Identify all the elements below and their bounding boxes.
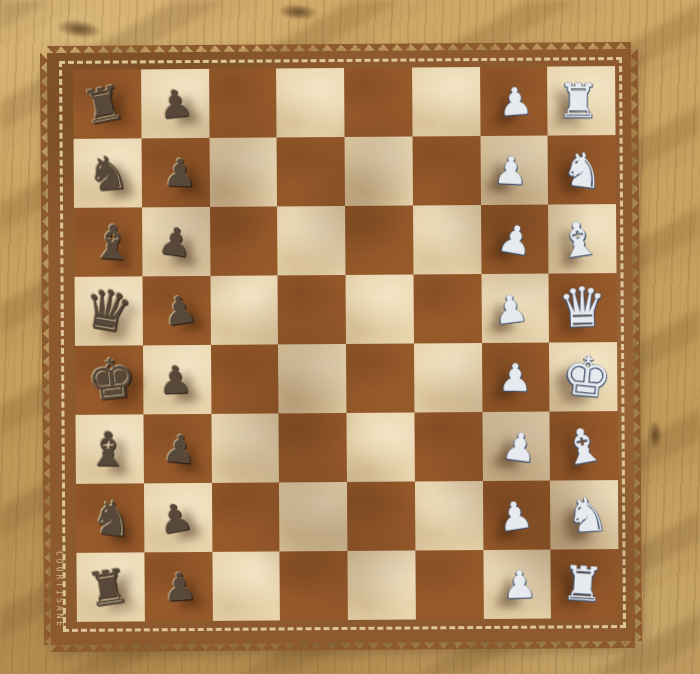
square-r8c5[interactable] bbox=[347, 550, 415, 619]
piece-bK[interactable]: ♚ bbox=[85, 350, 140, 410]
square-r8c2[interactable]: ♟ bbox=[144, 552, 212, 621]
square-r2c7[interactable]: ♟ bbox=[480, 136, 548, 205]
square-r7c5[interactable] bbox=[347, 481, 415, 550]
piece-wR[interactable]: ♜ bbox=[557, 77, 600, 124]
piece-bQ[interactable]: ♛ bbox=[79, 280, 137, 342]
square-r1c4[interactable] bbox=[276, 68, 344, 137]
square-r4c7[interactable]: ♟ bbox=[481, 274, 549, 343]
piece-bP[interactable]: ♟ bbox=[160, 289, 199, 332]
square-r8c7[interactable]: ♟ bbox=[483, 550, 551, 619]
square-r5c7[interactable]: ♟ bbox=[481, 343, 549, 412]
square-r3c1[interactable]: ♝ bbox=[74, 207, 142, 276]
square-r4c4[interactable] bbox=[278, 275, 346, 344]
square-r7c2[interactable]: ♟ bbox=[144, 483, 212, 552]
square-r8c8[interactable]: ♜ bbox=[551, 549, 619, 618]
piece-wP[interactable]: ♟ bbox=[496, 218, 536, 261]
piece-bP[interactable]: ♟ bbox=[155, 496, 195, 540]
square-r4c6[interactable] bbox=[413, 274, 481, 343]
piece-bB[interactable]: ♝ bbox=[90, 218, 134, 267]
square-r3c2[interactable]: ♟ bbox=[142, 207, 210, 276]
square-r4c3[interactable] bbox=[210, 275, 278, 344]
square-r3c7[interactable]: ♟ bbox=[481, 205, 549, 274]
piece-bR[interactable]: ♜ bbox=[83, 561, 132, 614]
square-r3c8[interactable]: ♝ bbox=[548, 204, 616, 273]
piece-wP[interactable]: ♟ bbox=[503, 565, 538, 604]
square-r1c1[interactable]: ♜ bbox=[73, 69, 141, 138]
square-r8c4[interactable] bbox=[280, 551, 348, 620]
square-r7c1[interactable]: ♞ bbox=[76, 483, 144, 552]
square-r6c8[interactable]: ♝ bbox=[550, 411, 618, 480]
square-r1c8[interactable]: ♜ bbox=[547, 66, 615, 135]
square-r5c3[interactable] bbox=[210, 344, 278, 413]
square-r4c2[interactable]: ♟ bbox=[142, 276, 210, 345]
square-r3c6[interactable] bbox=[413, 205, 481, 274]
piece-bP[interactable]: ♟ bbox=[157, 360, 192, 399]
square-r6c2[interactable]: ♟ bbox=[143, 414, 211, 483]
brand-label: COURTISANE bbox=[54, 551, 64, 629]
square-r6c3[interactable] bbox=[211, 413, 279, 482]
square-r5c2[interactable]: ♟ bbox=[143, 345, 211, 414]
square-r5c4[interactable] bbox=[278, 344, 346, 413]
square-r8c3[interactable] bbox=[212, 551, 280, 620]
piece-wP[interactable]: ♟ bbox=[501, 426, 540, 468]
piece-bR[interactable]: ♜ bbox=[78, 78, 129, 132]
piece-bB[interactable]: ♝ bbox=[86, 425, 129, 472]
square-r2c4[interactable] bbox=[277, 137, 345, 206]
piece-bP[interactable]: ♟ bbox=[161, 428, 199, 469]
square-r8c1[interactable]: ♜ bbox=[76, 552, 144, 621]
piece-wP[interactable]: ♟ bbox=[497, 81, 534, 122]
chess-board: ♜♟♟♜♞♟♟♞♝♟♟♝♛♟♟♛♚♟♟♚♝♟♟♝♞♟♟♞♜♟♟♜ bbox=[73, 66, 619, 622]
square-r4c8[interactable]: ♛ bbox=[549, 273, 617, 342]
square-r7c8[interactable]: ♞ bbox=[550, 480, 618, 549]
square-r6c7[interactable]: ♟ bbox=[482, 412, 550, 481]
piece-wP[interactable]: ♟ bbox=[493, 150, 529, 190]
square-r7c4[interactable] bbox=[279, 482, 347, 551]
square-r7c7[interactable]: ♟ bbox=[482, 481, 550, 550]
square-r5c8[interactable]: ♚ bbox=[549, 342, 617, 411]
piece-bN[interactable]: ♞ bbox=[85, 148, 131, 198]
piece-bP[interactable]: ♟ bbox=[155, 220, 194, 262]
piece-bN[interactable]: ♞ bbox=[88, 492, 136, 544]
square-r5c6[interactable] bbox=[414, 343, 482, 412]
square-r3c4[interactable] bbox=[277, 206, 345, 275]
square-r3c5[interactable] bbox=[345, 205, 413, 274]
piece-wB[interactable]: ♝ bbox=[558, 419, 608, 473]
piece-wP[interactable]: ♟ bbox=[496, 494, 535, 537]
piece-wN[interactable]: ♞ bbox=[559, 144, 607, 196]
square-r6c4[interactable] bbox=[279, 413, 347, 482]
piece-bP[interactable]: ♟ bbox=[162, 154, 196, 192]
square-r2c8[interactable]: ♞ bbox=[548, 135, 616, 204]
piece-wR[interactable]: ♜ bbox=[560, 559, 605, 609]
chess-mat: COURTISANE ♜♟♟♜♞♟♟♞♝♟♟♝♛♟♟♛♚♟♟♚♝♟♟♝♞♟♟♞♜… bbox=[40, 42, 642, 652]
mat-body: COURTISANE ♜♟♟♜♞♟♟♞♝♟♟♝♛♟♟♛♚♟♟♚♝♟♟♝♞♟♟♞♜… bbox=[47, 49, 635, 645]
piece-bP[interactable]: ♟ bbox=[161, 567, 197, 607]
wood-knot bbox=[55, 17, 103, 41]
piece-wQ[interactable]: ♛ bbox=[558, 280, 609, 336]
table-scene: COURTISANE ♜♟♟♜♞♟♟♞♝♟♟♝♛♟♟♛♚♟♟♚♝♟♟♝♞♟♟♞♜… bbox=[0, 0, 700, 674]
square-r5c1[interactable]: ♚ bbox=[75, 345, 143, 414]
piece-wP[interactable]: ♟ bbox=[498, 358, 532, 396]
piece-wN[interactable]: ♞ bbox=[565, 490, 610, 539]
wood-knot bbox=[277, 3, 318, 22]
square-r8c6[interactable] bbox=[415, 550, 483, 619]
square-r6c1[interactable]: ♝ bbox=[75, 414, 143, 483]
square-r2c6[interactable] bbox=[412, 136, 480, 205]
square-r1c3[interactable] bbox=[209, 68, 277, 137]
square-r4c5[interactable] bbox=[345, 274, 413, 343]
square-r5c5[interactable] bbox=[346, 343, 414, 412]
square-r1c6[interactable] bbox=[412, 67, 480, 136]
piece-wP[interactable]: ♟ bbox=[492, 288, 530, 330]
piece-bP[interactable]: ♟ bbox=[156, 83, 194, 125]
square-r2c2[interactable]: ♟ bbox=[141, 138, 209, 207]
square-r6c5[interactable] bbox=[346, 412, 414, 481]
square-r7c3[interactable] bbox=[211, 482, 279, 551]
square-r2c5[interactable] bbox=[345, 136, 413, 205]
square-r3c3[interactable] bbox=[210, 206, 278, 275]
square-r7c6[interactable] bbox=[415, 481, 483, 550]
piece-wB[interactable]: ♝ bbox=[554, 213, 603, 266]
square-r4c1[interactable]: ♛ bbox=[75, 276, 143, 345]
square-r2c3[interactable] bbox=[209, 137, 277, 206]
square-r1c5[interactable] bbox=[344, 67, 412, 136]
square-r1c2[interactable]: ♟ bbox=[141, 69, 209, 138]
piece-wK[interactable]: ♚ bbox=[560, 347, 614, 407]
wood-knot bbox=[648, 420, 662, 450]
square-r1c7[interactable]: ♟ bbox=[480, 67, 548, 136]
square-r2c1[interactable]: ♞ bbox=[74, 138, 142, 207]
square-r6c6[interactable] bbox=[414, 412, 482, 481]
